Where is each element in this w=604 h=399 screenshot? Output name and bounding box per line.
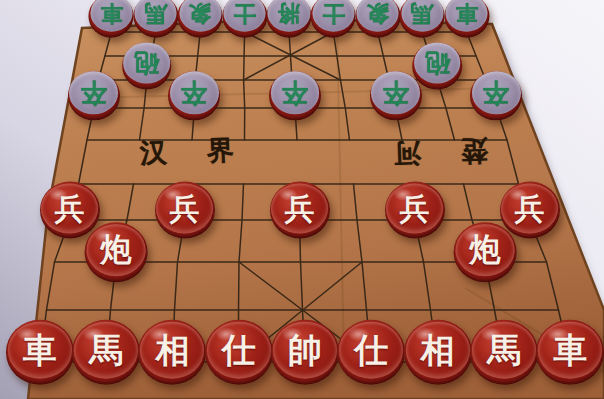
piece-character: 兵 (515, 193, 545, 223)
piece-face: 砲 (123, 43, 170, 84)
piece-black-soldier[interactable]: 卒 (168, 71, 220, 120)
piece-character: 砲 (134, 51, 159, 76)
piece-face: 砲 (414, 43, 461, 84)
piece-character: 象 (189, 2, 212, 25)
piece-face: 帥 (273, 322, 337, 379)
piece-black-soldier[interactable]: 卒 (370, 71, 422, 120)
piece-character: 卒 (81, 80, 107, 106)
piece-face: 兵 (386, 183, 442, 233)
piece-red-general[interactable]: 帥 (271, 320, 339, 385)
piece-face: 仕 (339, 322, 403, 379)
piece-character: 車 (553, 333, 587, 367)
piece-red-soldier[interactable]: 兵 (385, 182, 445, 239)
piece-face: 相 (140, 322, 204, 379)
piece-face: 車 (445, 0, 487, 32)
piece-red-chariot[interactable]: 車 (6, 320, 74, 385)
piece-character: 砲 (425, 51, 450, 76)
piece-character: 兵 (55, 193, 85, 223)
piece-face: 炮 (455, 224, 514, 277)
piece-character: 將 (278, 2, 301, 25)
piece-character: 車 (23, 333, 57, 367)
piece-character: 仕 (354, 333, 388, 367)
piece-face: 車 (538, 322, 602, 379)
piece-black-soldier[interactable]: 卒 (68, 71, 120, 120)
piece-face: 仕 (207, 322, 271, 379)
piece-character: 馬 (145, 2, 168, 25)
piece-face: 兵 (501, 183, 557, 233)
piece-red-cannon[interactable]: 炮 (85, 222, 148, 282)
piece-face: 兵 (41, 183, 97, 233)
piece-face: 兵 (156, 183, 212, 233)
piece-character: 兵 (285, 193, 315, 223)
piece-face: 馬 (401, 0, 443, 32)
piece-character: 車 (100, 2, 123, 25)
piece-character: 帥 (288, 333, 322, 367)
piece-face: 將 (268, 0, 310, 32)
piece-face: 車 (90, 0, 132, 32)
piece-face: 卒 (472, 72, 521, 115)
piece-character: 相 (421, 333, 455, 367)
xiangqi-board-photo: 汉界 楚河 車馬象士將士象馬車砲砲卒卒卒卒卒兵兵兵兵兵炮炮車馬相仕帥仕相馬車 (0, 0, 604, 399)
piece-face: 馬 (472, 322, 536, 379)
piece-face: 象 (179, 0, 221, 32)
piece-character: 仕 (222, 333, 256, 367)
piece-face: 卒 (170, 72, 219, 115)
piece-face: 卒 (271, 72, 320, 115)
piece-red-soldier[interactable]: 兵 (155, 182, 215, 239)
piece-face: 象 (357, 0, 399, 32)
piece-character: 車 (455, 2, 478, 25)
piece-red-soldier[interactable]: 兵 (500, 182, 560, 239)
piece-red-horse[interactable]: 馬 (72, 320, 140, 385)
piece-black-cannon[interactable]: 砲 (412, 42, 462, 89)
piece-character: 兵 (400, 193, 430, 223)
piece-face: 炮 (86, 224, 145, 277)
piece-red-horse[interactable]: 馬 (470, 320, 538, 385)
piece-face: 兵 (271, 183, 327, 233)
piece-black-soldier[interactable]: 卒 (269, 71, 321, 120)
piece-black-soldier[interactable]: 卒 (470, 71, 522, 120)
piece-face: 卒 (69, 72, 118, 115)
piece-red-chariot[interactable]: 車 (536, 320, 604, 385)
river-label-hanjie: 汉界 (139, 131, 274, 172)
piece-character: 兵 (170, 193, 200, 223)
river-label-chuhe: 楚河 (347, 133, 488, 174)
piece-red-elephant[interactable]: 相 (404, 320, 472, 385)
piece-red-soldier[interactable]: 兵 (270, 182, 330, 239)
piece-character: 相 (155, 333, 189, 367)
piece-red-soldier[interactable]: 兵 (40, 182, 100, 239)
piece-face: 士 (223, 0, 265, 32)
piece-face: 士 (312, 0, 354, 32)
piece-face: 車 (8, 322, 72, 379)
piece-red-advisor[interactable]: 仕 (337, 320, 405, 385)
piece-face: 馬 (74, 322, 138, 379)
piece-character: 馬 (487, 333, 521, 367)
piece-character: 卒 (483, 80, 509, 106)
piece-character: 馬 (411, 2, 434, 25)
piece-character: 卒 (181, 80, 207, 106)
piece-character: 炮 (100, 235, 131, 266)
piece-character: 士 (322, 2, 345, 25)
piece-character: 卒 (383, 80, 409, 106)
piece-face: 卒 (371, 72, 420, 115)
piece-black-cannon[interactable]: 砲 (122, 42, 172, 89)
piece-character: 卒 (282, 80, 308, 106)
piece-face: 相 (406, 322, 470, 379)
piece-character: 馬 (89, 333, 123, 367)
piece-red-elephant[interactable]: 相 (138, 320, 206, 385)
piece-character: 炮 (469, 235, 500, 266)
piece-red-cannon[interactable]: 炮 (454, 222, 517, 282)
piece-face: 馬 (135, 0, 177, 32)
piece-character: 象 (367, 2, 390, 25)
piece-red-advisor[interactable]: 仕 (205, 320, 273, 385)
piece-character: 士 (233, 2, 256, 25)
